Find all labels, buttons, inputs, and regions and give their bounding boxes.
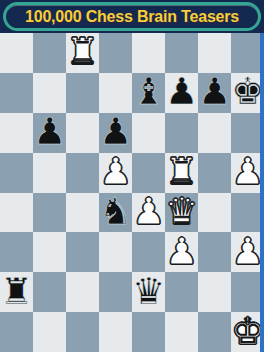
- app-title: 100,000 Chess Brain Teasers: [25, 9, 239, 25]
- square-a7[interactable]: [0, 73, 33, 113]
- square-f3[interactable]: ♟: [165, 232, 198, 272]
- piece-white-pawn: ♟: [165, 233, 198, 270]
- right-edge-stripe: [260, 33, 264, 352]
- piece-black-pawn: ♟: [99, 113, 132, 150]
- square-a8[interactable]: [0, 33, 33, 73]
- square-d2[interactable]: [99, 272, 132, 312]
- square-f8[interactable]: [165, 33, 198, 73]
- square-c2[interactable]: [66, 272, 99, 312]
- square-b2[interactable]: [33, 272, 66, 312]
- square-a5[interactable]: [0, 153, 33, 193]
- square-a1[interactable]: [0, 312, 33, 352]
- square-b3[interactable]: [33, 232, 66, 272]
- square-g7[interactable]: ♟: [198, 73, 231, 113]
- square-e8[interactable]: [132, 33, 165, 73]
- piece-black-pawn: ♟: [33, 113, 66, 150]
- square-f6[interactable]: [165, 113, 198, 153]
- square-e7[interactable]: ♝: [132, 73, 165, 113]
- piece-black-pawn: ♟: [198, 73, 231, 110]
- square-e4[interactable]: ♟: [132, 193, 165, 233]
- square-f4[interactable]: ♛: [165, 193, 198, 233]
- square-g3[interactable]: [198, 232, 231, 272]
- square-c7[interactable]: [66, 73, 99, 113]
- square-a2[interactable]: ♜: [0, 272, 33, 312]
- square-d4[interactable]: ♞: [99, 193, 132, 233]
- square-b7[interactable]: [33, 73, 66, 113]
- square-g1[interactable]: [198, 312, 231, 352]
- square-f2[interactable]: [165, 272, 198, 312]
- square-c4[interactable]: [66, 193, 99, 233]
- piece-white-pawn: ♟: [99, 153, 132, 190]
- square-c1[interactable]: [66, 312, 99, 352]
- board-area: ♜♝♟♟♚♟♟♟♜♟♞♟♛♟♟♜♛♚: [0, 33, 264, 352]
- square-f1[interactable]: [165, 312, 198, 352]
- square-b8[interactable]: [33, 33, 66, 73]
- piece-white-rook: ♜: [66, 33, 99, 70]
- square-d3[interactable]: [99, 232, 132, 272]
- square-f7[interactable]: ♟: [165, 73, 198, 113]
- square-b5[interactable]: [33, 153, 66, 193]
- square-d8[interactable]: [99, 33, 132, 73]
- square-e1[interactable]: [132, 312, 165, 352]
- square-g5[interactable]: [198, 153, 231, 193]
- title-pill: 100,000 Chess Brain Teasers: [3, 2, 261, 31]
- chess-board: ♜♝♟♟♚♟♟♟♜♟♞♟♛♟♟♜♛♚: [0, 33, 264, 352]
- square-b6[interactable]: ♟: [33, 113, 66, 153]
- square-e6[interactable]: [132, 113, 165, 153]
- square-b1[interactable]: [33, 312, 66, 352]
- piece-black-queen: ♛: [132, 273, 165, 310]
- square-g4[interactable]: [198, 193, 231, 233]
- square-d6[interactable]: ♟: [99, 113, 132, 153]
- square-g2[interactable]: [198, 272, 231, 312]
- square-c3[interactable]: [66, 232, 99, 272]
- title-bar: 100,000 Chess Brain Teasers: [0, 0, 264, 33]
- square-e2[interactable]: ♛: [132, 272, 165, 312]
- square-a3[interactable]: [0, 232, 33, 272]
- square-d5[interactable]: ♟: [99, 153, 132, 193]
- puzzle-screen: 100,000 Chess Brain Teasers ♜♝♟♟♚♟♟♟♜♟♞♟…: [0, 0, 264, 352]
- square-c5[interactable]: [66, 153, 99, 193]
- piece-black-rook: ♜: [0, 273, 33, 310]
- square-g6[interactable]: [198, 113, 231, 153]
- square-d7[interactable]: [99, 73, 132, 113]
- square-a6[interactable]: [0, 113, 33, 153]
- square-e3[interactable]: [132, 232, 165, 272]
- square-a4[interactable]: [0, 193, 33, 233]
- square-d1[interactable]: [99, 312, 132, 352]
- piece-black-pawn: ♟: [165, 73, 198, 110]
- piece-white-pawn: ♟: [132, 193, 165, 230]
- piece-black-knight: ♞: [99, 193, 132, 230]
- square-e5[interactable]: [132, 153, 165, 193]
- square-c8[interactable]: ♜: [66, 33, 99, 73]
- square-f5[interactable]: ♜: [165, 153, 198, 193]
- square-c6[interactable]: [66, 113, 99, 153]
- piece-black-bishop: ♝: [132, 73, 165, 110]
- piece-white-rook: ♜: [165, 153, 198, 190]
- square-g8[interactable]: [198, 33, 231, 73]
- square-b4[interactable]: [33, 193, 66, 233]
- piece-white-queen: ♛: [165, 193, 198, 230]
